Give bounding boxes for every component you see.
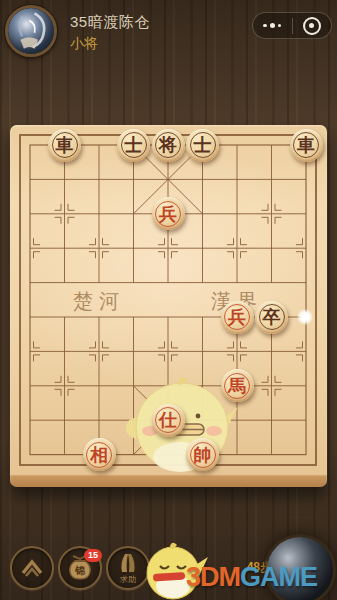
piece-black-車[interactable]: 車 — [290, 129, 323, 162]
player-rank: 小将 — [70, 35, 98, 53]
piece-glyph: 馬 — [228, 377, 246, 395]
piece-glyph: 車 — [56, 136, 74, 154]
help-label: 求助 — [108, 574, 148, 585]
level-title: 35暗渡陈仓 — [70, 13, 150, 32]
piece-glyph: 兵 — [159, 205, 177, 223]
piece-glyph: 卒 — [263, 308, 281, 326]
expand-button[interactable] — [10, 546, 54, 590]
piece-glyph: 兵 — [228, 308, 246, 326]
watermark-game: GAME — [240, 562, 317, 592]
svg-text:锦: 锦 — [74, 565, 85, 576]
piece-black-将[interactable]: 将 — [152, 129, 185, 162]
xiangqi-board[interactable]: 楚河漢界 車士将士車兵兵卒馬仕相帥 — [10, 125, 327, 487]
piece-glyph: 相 — [90, 446, 108, 464]
piece-glyph: 帥 — [194, 446, 212, 464]
piece-black-士[interactable]: 士 — [117, 129, 150, 162]
piece-red-仕[interactable]: 仕 — [152, 404, 185, 437]
pieces-layer: 車士将士車兵兵卒馬仕相帥 — [10, 125, 327, 477]
more-dot — [270, 23, 275, 28]
piece-glyph: 仕 — [159, 411, 177, 429]
watermark-3dm: 3DM — [186, 562, 240, 592]
player-avatar — [5, 5, 57, 57]
bag-count-badge: 15 — [84, 549, 102, 562]
more-dot — [263, 24, 267, 28]
piece-red-帥[interactable]: 帥 — [186, 438, 219, 471]
wechat-capsule — [252, 12, 332, 39]
piece-glyph: 車 — [297, 136, 315, 154]
piece-red-兵[interactable]: 兵 — [152, 197, 185, 230]
piece-glyph: 将 — [159, 136, 177, 154]
sparkle-effect — [297, 309, 313, 325]
target-icon — [303, 17, 321, 35]
piece-red-兵[interactable]: 兵 — [221, 301, 254, 334]
piece-black-車[interactable]: 車 — [48, 129, 81, 162]
more-button[interactable] — [253, 13, 292, 38]
chevron-up-icon — [12, 548, 52, 588]
piece-black-士[interactable]: 士 — [186, 129, 219, 162]
piece-red-馬[interactable]: 馬 — [221, 369, 254, 402]
close-circle-button[interactable] — [293, 13, 332, 38]
piece-glyph: 士 — [125, 136, 143, 154]
avatar-art — [8, 8, 54, 54]
piece-black-卒[interactable]: 卒 — [255, 301, 288, 334]
piece-red-相[interactable]: 相 — [83, 438, 116, 471]
more-dot — [278, 24, 282, 28]
piece-glyph: 士 — [194, 136, 212, 154]
watermark: 3DMGAME — [186, 562, 317, 593]
